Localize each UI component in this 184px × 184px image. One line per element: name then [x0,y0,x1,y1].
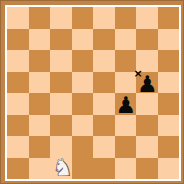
square-e8[interactable] [93,7,115,29]
square-f8[interactable] [115,7,137,29]
square-h5[interactable] [158,72,180,94]
chess-board[interactable]: ♟♟♞♘× [7,7,179,179]
square-e4[interactable] [93,93,115,115]
square-g1[interactable] [136,158,158,180]
square-h4[interactable] [158,93,180,115]
square-g3[interactable] [136,115,158,137]
square-e2[interactable] [93,136,115,158]
square-g4[interactable] [136,93,158,115]
square-a7[interactable] [7,29,29,51]
square-f1[interactable] [115,158,137,180]
square-f7[interactable] [115,29,137,51]
square-d8[interactable] [72,7,94,29]
square-d6[interactable] [72,50,94,72]
square-c5[interactable] [50,72,72,94]
board-frame: ♟♟♞♘× [0,0,184,184]
square-e6[interactable] [93,50,115,72]
square-e7[interactable] [93,29,115,51]
square-g7[interactable] [136,29,158,51]
square-g8[interactable] [136,7,158,29]
square-h6[interactable] [158,50,180,72]
square-a3[interactable] [7,115,29,137]
square-c1[interactable]: ♞♘ [50,158,72,180]
square-e1[interactable] [93,158,115,180]
square-a1[interactable] [7,158,29,180]
square-a2[interactable] [7,136,29,158]
square-d4[interactable] [72,93,94,115]
x-mark-annotation: × [133,67,142,78]
square-h7[interactable] [158,29,180,51]
square-f2[interactable] [115,136,137,158]
square-e5[interactable] [93,72,115,94]
square-c7[interactable] [50,29,72,51]
square-a4[interactable] [7,93,29,115]
square-b5[interactable] [29,72,51,94]
square-a5[interactable] [7,72,29,94]
square-b8[interactable] [29,7,51,29]
square-h8[interactable] [158,7,180,29]
square-b4[interactable] [29,93,51,115]
square-d1[interactable] [72,158,94,180]
square-d7[interactable] [72,29,94,51]
chess-app-window: ♟♟♞♘× [0,0,184,184]
square-e3[interactable] [93,115,115,137]
square-a8[interactable] [7,7,29,29]
square-f3[interactable] [115,115,137,137]
square-d5[interactable] [72,72,94,94]
square-d3[interactable] [72,115,94,137]
square-d2[interactable] [72,136,94,158]
square-h3[interactable] [158,115,180,137]
square-b2[interactable] [29,136,51,158]
square-c4[interactable] [50,93,72,115]
square-b3[interactable] [29,115,51,137]
square-b7[interactable] [29,29,51,51]
square-b1[interactable] [29,158,51,180]
square-f4[interactable]: ♟ [115,93,137,115]
square-b6[interactable] [29,50,51,72]
square-h1[interactable] [158,158,180,180]
square-c6[interactable] [50,50,72,72]
square-c8[interactable] [50,7,72,29]
square-h2[interactable] [158,136,180,158]
pawn-glyph: ♟ [115,93,136,116]
square-g2[interactable] [136,136,158,158]
square-a6[interactable] [7,50,29,72]
square-c3[interactable] [50,115,72,137]
